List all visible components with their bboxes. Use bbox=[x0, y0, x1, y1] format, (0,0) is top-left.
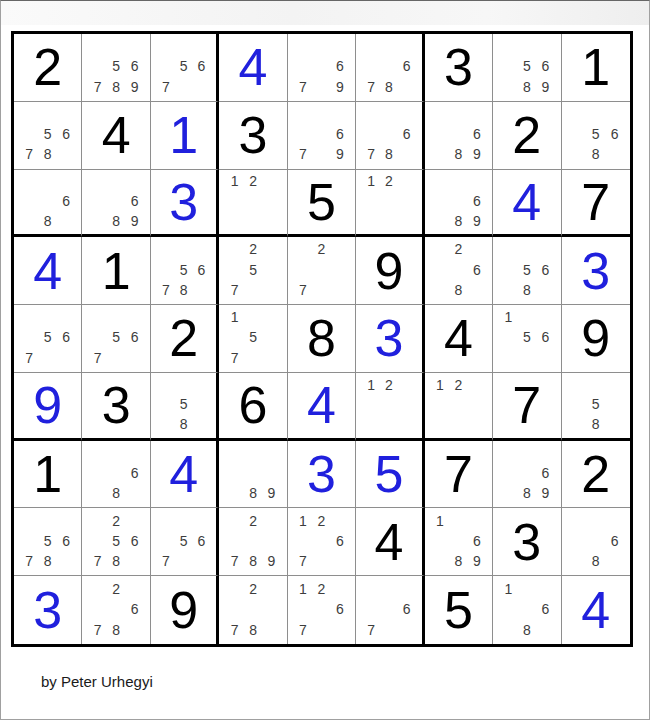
pencil-mark-6: 6 bbox=[536, 260, 554, 280]
cell-r5c7[interactable]: 4 bbox=[425, 305, 493, 373]
cell-r8c1[interactable]: 5678 bbox=[14, 508, 82, 576]
pencil-marks: 67 bbox=[356, 576, 421, 644]
given-digit: 1 bbox=[33, 448, 62, 500]
pencil-mark-8: 8 bbox=[518, 77, 536, 97]
cell-r3c7[interactable]: 689 bbox=[425, 170, 493, 238]
pencil-marks: 25678 bbox=[82, 508, 149, 575]
cell-r1c5[interactable]: 679 bbox=[288, 34, 356, 102]
pencil-mark-8: 8 bbox=[518, 619, 536, 640]
pencil-mark-6: 6 bbox=[125, 327, 143, 347]
cell-r9c9[interactable]: 4 bbox=[562, 576, 630, 644]
pencil-mark-6: 6 bbox=[125, 599, 143, 620]
pencil-mark-1: 1 bbox=[225, 307, 243, 327]
pencil-mark-1: 1 bbox=[225, 172, 243, 192]
pencil-marks: 58 bbox=[562, 373, 630, 438]
pencil-mark-6: 6 bbox=[536, 463, 554, 483]
given-digit: 4 bbox=[102, 109, 131, 161]
cell-r6c3[interactable]: 58 bbox=[151, 373, 219, 441]
cell-r5c8[interactable]: 156 bbox=[493, 305, 561, 373]
pencil-marks: 268 bbox=[425, 237, 492, 304]
solved-digit: 4 bbox=[239, 41, 268, 93]
cell-r5c6[interactable]: 3 bbox=[356, 305, 424, 373]
pencil-marks: 567 bbox=[14, 305, 81, 372]
pencil-marks: 257 bbox=[219, 237, 286, 304]
pencil-marks: 567 bbox=[151, 34, 216, 101]
pencil-mark-7: 7 bbox=[294, 619, 312, 640]
cell-r8c5[interactable]: 1267 bbox=[288, 508, 356, 576]
pencil-mark-9: 9 bbox=[468, 551, 486, 571]
cell-r2c4[interactable]: 3 bbox=[219, 102, 287, 170]
pencil-marks: 679 bbox=[288, 102, 355, 169]
pencil-mark-7: 7 bbox=[362, 619, 380, 640]
pencil-mark-1: 1 bbox=[431, 510, 449, 530]
pencil-mark-8: 8 bbox=[586, 551, 605, 571]
pencil-mark-2: 2 bbox=[244, 239, 262, 259]
pencil-marks: 68 bbox=[82, 441, 149, 508]
cell-r6c9[interactable]: 58 bbox=[562, 373, 630, 441]
pencil-mark-7: 7 bbox=[225, 348, 243, 368]
cell-r8c3[interactable]: 567 bbox=[151, 508, 219, 576]
cell-r2c9[interactable]: 568 bbox=[562, 102, 630, 170]
cell-r9c2[interactable]: 2678 bbox=[82, 576, 150, 644]
solved-digit: 1 bbox=[169, 109, 198, 161]
cell-r7c5[interactable]: 3 bbox=[288, 441, 356, 509]
given-digit: 1 bbox=[102, 245, 131, 297]
pencil-marks: 12 bbox=[356, 170, 421, 235]
cell-r2c1[interactable]: 5678 bbox=[14, 102, 82, 170]
pencil-mark-8: 8 bbox=[175, 414, 193, 434]
given-digit: 3 bbox=[239, 109, 268, 161]
pencil-mark-9: 9 bbox=[331, 144, 349, 164]
pencil-mark-6: 6 bbox=[468, 260, 486, 280]
cell-r3c1[interactable]: 68 bbox=[14, 170, 82, 238]
given-digit: 9 bbox=[374, 245, 403, 297]
given-digit: 3 bbox=[102, 379, 131, 431]
pencil-mark-8: 8 bbox=[449, 211, 467, 231]
pencil-mark-6: 6 bbox=[193, 260, 211, 280]
given-digit: 2 bbox=[581, 448, 610, 500]
pencil-mark-6: 6 bbox=[57, 124, 75, 144]
cell-r1c8[interactable]: 5689 bbox=[493, 34, 561, 102]
pencil-mark-5: 5 bbox=[107, 56, 125, 76]
pencil-mark-8: 8 bbox=[586, 414, 605, 434]
pencil-mark-5: 5 bbox=[107, 327, 125, 347]
page: 2567895674679678356891567841367967868925… bbox=[0, 0, 650, 720]
given-digit: 7 bbox=[444, 448, 473, 500]
pencil-marks: 68 bbox=[14, 170, 81, 235]
sudoku-board: 2567895674679678356891567841367967868925… bbox=[11, 31, 633, 647]
pencil-marks: 68 bbox=[562, 508, 630, 575]
cell-r5c2[interactable]: 567 bbox=[82, 305, 150, 373]
given-digit: 2 bbox=[512, 109, 541, 161]
pencil-mark-8: 8 bbox=[107, 483, 125, 503]
cell-r9c6[interactable]: 67 bbox=[356, 576, 424, 644]
pencil-mark-2: 2 bbox=[244, 172, 262, 192]
pencil-marks: 5678 bbox=[14, 508, 81, 575]
pencil-mark-5: 5 bbox=[518, 56, 536, 76]
pencil-marks: 689 bbox=[425, 170, 492, 235]
pencil-mark-5: 5 bbox=[244, 327, 262, 347]
pencil-mark-9: 9 bbox=[262, 483, 280, 503]
given-digit: 9 bbox=[581, 312, 610, 364]
pencil-mark-6: 6 bbox=[398, 124, 416, 144]
pencil-mark-6: 6 bbox=[468, 191, 486, 211]
pencil-mark-9: 9 bbox=[125, 211, 143, 231]
pencil-mark-7: 7 bbox=[225, 619, 243, 640]
pencil-mark-5: 5 bbox=[518, 260, 536, 280]
solved-digit: 4 bbox=[581, 584, 610, 636]
pencil-mark-9: 9 bbox=[331, 77, 349, 97]
cell-r4c6[interactable]: 9 bbox=[356, 237, 424, 305]
cell-r2c5[interactable]: 679 bbox=[288, 102, 356, 170]
pencil-marks: 27 bbox=[288, 237, 355, 304]
pencil-mark-1: 1 bbox=[499, 307, 517, 327]
cell-r4c5[interactable]: 27 bbox=[288, 237, 356, 305]
solved-digit: 3 bbox=[169, 176, 198, 228]
pencil-mark-9: 9 bbox=[125, 77, 143, 97]
pencil-marks: 689 bbox=[82, 170, 149, 235]
solved-digit: 3 bbox=[374, 312, 403, 364]
pencil-mark-6: 6 bbox=[605, 124, 624, 144]
cell-r1c9[interactable]: 1 bbox=[562, 34, 630, 102]
cell-r5c1[interactable]: 567 bbox=[14, 305, 82, 373]
pencil-mark-6: 6 bbox=[331, 531, 349, 551]
cell-r5c5[interactable]: 8 bbox=[288, 305, 356, 373]
pencil-mark-7: 7 bbox=[225, 280, 243, 300]
pencil-marks: 12 bbox=[219, 170, 286, 235]
cell-r9c1[interactable]: 3 bbox=[14, 576, 82, 644]
solved-digit: 9 bbox=[33, 379, 62, 431]
cell-r4c3[interactable]: 5678 bbox=[151, 237, 219, 305]
pencil-mark-8: 8 bbox=[586, 144, 605, 164]
given-digit: 2 bbox=[33, 41, 62, 93]
pencil-mark-5: 5 bbox=[175, 260, 193, 280]
pencil-mark-2: 2 bbox=[449, 239, 467, 259]
pencil-marks: 568 bbox=[493, 237, 560, 304]
pencil-mark-7: 7 bbox=[157, 77, 175, 97]
pencil-mark-9: 9 bbox=[468, 144, 486, 164]
given-digit: 9 bbox=[169, 584, 198, 636]
cell-r1c1[interactable]: 2 bbox=[14, 34, 82, 102]
cell-r6c6[interactable]: 12 bbox=[356, 373, 424, 441]
pencil-mark-2: 2 bbox=[107, 510, 125, 530]
pencil-mark-1: 1 bbox=[362, 375, 380, 395]
cell-r5c4[interactable]: 157 bbox=[219, 305, 287, 373]
pencil-mark-8: 8 bbox=[38, 551, 56, 571]
pencil-mark-6: 6 bbox=[331, 56, 349, 76]
cell-r5c9[interactable]: 9 bbox=[562, 305, 630, 373]
pencil-mark-2: 2 bbox=[312, 510, 330, 530]
pencil-mark-6: 6 bbox=[57, 191, 75, 211]
cell-r1c6[interactable]: 678 bbox=[356, 34, 424, 102]
pencil-mark-9: 9 bbox=[536, 483, 554, 503]
given-digit: 6 bbox=[239, 379, 268, 431]
pencil-mark-1: 1 bbox=[499, 578, 517, 599]
pencil-mark-6: 6 bbox=[398, 56, 416, 76]
cell-r4c4[interactable]: 257 bbox=[219, 237, 287, 305]
pencil-marks: 58 bbox=[151, 373, 216, 438]
pencil-mark-2: 2 bbox=[312, 239, 330, 259]
credit-text: by Peter Urhegyi bbox=[41, 673, 153, 690]
solved-digit: 3 bbox=[581, 245, 610, 297]
pencil-mark-7: 7 bbox=[362, 77, 380, 97]
pencil-mark-5: 5 bbox=[107, 531, 125, 551]
cell-r6c7[interactable]: 12 bbox=[425, 373, 493, 441]
cell-r4c1[interactable]: 4 bbox=[14, 237, 82, 305]
pencil-mark-8: 8 bbox=[449, 280, 467, 300]
pencil-mark-5: 5 bbox=[586, 124, 605, 144]
pencil-mark-8: 8 bbox=[518, 280, 536, 300]
pencil-marks: 567 bbox=[151, 508, 216, 575]
cell-r2c7[interactable]: 689 bbox=[425, 102, 493, 170]
pencil-mark-5: 5 bbox=[518, 327, 536, 347]
solved-digit: 4 bbox=[307, 379, 336, 431]
pencil-mark-8: 8 bbox=[107, 77, 125, 97]
cell-r3c4[interactable]: 12 bbox=[219, 170, 287, 238]
pencil-marks: 278 bbox=[219, 576, 286, 644]
pencil-mark-6: 6 bbox=[125, 531, 143, 551]
pencil-marks: 157 bbox=[219, 305, 286, 372]
pencil-mark-6: 6 bbox=[193, 56, 211, 76]
cell-r1c3[interactable]: 567 bbox=[151, 34, 219, 102]
pencil-mark-5: 5 bbox=[244, 260, 262, 280]
pencil-marks: 12 bbox=[425, 373, 492, 438]
cell-r8c8[interactable]: 3 bbox=[493, 508, 561, 576]
given-digit: 5 bbox=[444, 584, 473, 636]
pencil-mark-1: 1 bbox=[362, 172, 380, 192]
pencil-mark-2: 2 bbox=[312, 578, 330, 599]
pencil-mark-8: 8 bbox=[518, 483, 536, 503]
given-digit: 4 bbox=[374, 516, 403, 568]
pencil-marks: 156 bbox=[493, 305, 560, 372]
pencil-mark-7: 7 bbox=[362, 144, 380, 164]
pencil-mark-6: 6 bbox=[468, 531, 486, 551]
pencil-mark-2: 2 bbox=[107, 578, 125, 599]
given-digit: 5 bbox=[307, 176, 336, 228]
pencil-mark-6: 6 bbox=[536, 327, 554, 347]
pencil-mark-6: 6 bbox=[536, 599, 554, 620]
pencil-mark-8: 8 bbox=[38, 211, 56, 231]
pencil-mark-6: 6 bbox=[331, 124, 349, 144]
pencil-mark-7: 7 bbox=[20, 348, 38, 368]
cell-r7c7[interactable]: 7 bbox=[425, 441, 493, 509]
pencil-mark-8: 8 bbox=[449, 551, 467, 571]
pencil-marks: 1267 bbox=[288, 508, 355, 575]
pencil-mark-6: 6 bbox=[57, 327, 75, 347]
cell-r7c8[interactable]: 689 bbox=[493, 441, 561, 509]
pencil-mark-7: 7 bbox=[20, 551, 38, 571]
cell-r1c4[interactable]: 4 bbox=[219, 34, 287, 102]
cell-r3c8[interactable]: 4 bbox=[493, 170, 561, 238]
given-digit: 2 bbox=[169, 312, 198, 364]
pencil-mark-7: 7 bbox=[88, 348, 106, 368]
pencil-mark-1: 1 bbox=[294, 578, 312, 599]
cell-r2c3[interactable]: 1 bbox=[151, 102, 219, 170]
pencil-mark-8: 8 bbox=[107, 551, 125, 571]
cell-r8c9[interactable]: 68 bbox=[562, 508, 630, 576]
given-digit: 8 bbox=[307, 312, 336, 364]
cell-r7c3[interactable]: 4 bbox=[151, 441, 219, 509]
pencil-mark-8: 8 bbox=[107, 211, 125, 231]
pencil-mark-8: 8 bbox=[380, 144, 398, 164]
pencil-mark-5: 5 bbox=[175, 531, 193, 551]
pencil-mark-6: 6 bbox=[125, 463, 143, 483]
pencil-mark-5: 5 bbox=[175, 56, 193, 76]
cell-r8c2[interactable]: 25678 bbox=[82, 508, 150, 576]
pencil-mark-2: 2 bbox=[380, 172, 398, 192]
pencil-mark-5: 5 bbox=[586, 394, 605, 414]
pencil-marks: 5678 bbox=[151, 237, 216, 304]
pencil-mark-5: 5 bbox=[175, 394, 193, 414]
solved-digit: 4 bbox=[169, 448, 198, 500]
pencil-mark-2: 2 bbox=[449, 375, 467, 395]
pencil-mark-7: 7 bbox=[294, 551, 312, 571]
pencil-marks: 1689 bbox=[425, 508, 492, 575]
cell-r6c4[interactable]: 6 bbox=[219, 373, 287, 441]
cell-r7c2[interactable]: 68 bbox=[82, 441, 150, 509]
cell-r3c6[interactable]: 12 bbox=[356, 170, 424, 238]
cell-r3c9[interactable]: 7 bbox=[562, 170, 630, 238]
pencil-mark-8: 8 bbox=[244, 483, 262, 503]
cell-r5c3[interactable]: 2 bbox=[151, 305, 219, 373]
cell-r4c8[interactable]: 568 bbox=[493, 237, 561, 305]
pencil-marks: 689 bbox=[425, 102, 492, 169]
cell-r6c1[interactable]: 9 bbox=[14, 373, 82, 441]
cell-r1c2[interactable]: 56789 bbox=[82, 34, 150, 102]
given-digit: 4 bbox=[444, 312, 473, 364]
pencil-mark-6: 6 bbox=[398, 599, 416, 620]
cell-r7c1[interactable]: 1 bbox=[14, 441, 82, 509]
cell-r9c4[interactable]: 278 bbox=[219, 576, 287, 644]
cell-r1c7[interactable]: 3 bbox=[425, 34, 493, 102]
pencil-marks: 678 bbox=[356, 34, 421, 101]
cell-r9c7[interactable]: 5 bbox=[425, 576, 493, 644]
pencil-mark-7: 7 bbox=[157, 280, 175, 300]
pencil-mark-2: 2 bbox=[244, 510, 262, 530]
cell-r3c3[interactable]: 3 bbox=[151, 170, 219, 238]
given-digit: 3 bbox=[444, 41, 473, 93]
cell-r9c8[interactable]: 168 bbox=[493, 576, 561, 644]
cell-r2c6[interactable]: 678 bbox=[356, 102, 424, 170]
pencil-marks: 678 bbox=[356, 102, 421, 169]
cell-r4c9[interactable]: 3 bbox=[562, 237, 630, 305]
pencil-mark-7: 7 bbox=[294, 144, 312, 164]
cell-r8c4[interactable]: 2789 bbox=[219, 508, 287, 576]
pencil-mark-6: 6 bbox=[125, 56, 143, 76]
pencil-mark-5: 5 bbox=[38, 124, 56, 144]
given-digit: 3 bbox=[512, 516, 541, 568]
pencil-marks: 89 bbox=[219, 441, 286, 508]
pencil-marks: 568 bbox=[562, 102, 630, 169]
pencil-marks: 1267 bbox=[288, 576, 355, 644]
pencil-marks: 12 bbox=[356, 373, 421, 438]
pencil-mark-7: 7 bbox=[225, 551, 243, 571]
pencil-mark-7: 7 bbox=[157, 551, 175, 571]
cell-r6c5[interactable]: 4 bbox=[288, 373, 356, 441]
pencil-marks: 567 bbox=[82, 305, 149, 372]
solved-digit: 4 bbox=[512, 176, 541, 228]
pencil-mark-7: 7 bbox=[88, 551, 106, 571]
pencil-mark-6: 6 bbox=[57, 531, 75, 551]
pencil-marks: 56789 bbox=[82, 34, 149, 101]
pencil-mark-9: 9 bbox=[536, 77, 554, 97]
cell-r8c7[interactable]: 1689 bbox=[425, 508, 493, 576]
cell-r9c3[interactable]: 9 bbox=[151, 576, 219, 644]
pencil-mark-5: 5 bbox=[38, 327, 56, 347]
given-digit: 7 bbox=[512, 379, 541, 431]
pencil-mark-6: 6 bbox=[193, 531, 211, 551]
pencil-mark-2: 2 bbox=[244, 578, 262, 599]
pencil-marks: 679 bbox=[288, 34, 355, 101]
pencil-mark-8: 8 bbox=[38, 144, 56, 164]
cell-r3c2[interactable]: 689 bbox=[82, 170, 150, 238]
pencil-mark-1: 1 bbox=[431, 375, 449, 395]
solved-digit: 5 bbox=[374, 448, 403, 500]
pencil-mark-7: 7 bbox=[88, 619, 106, 640]
pencil-mark-2: 2 bbox=[380, 375, 398, 395]
pencil-mark-6: 6 bbox=[331, 599, 349, 620]
pencil-mark-9: 9 bbox=[262, 551, 280, 571]
cell-r7c9[interactable]: 2 bbox=[562, 441, 630, 509]
cell-r2c2[interactable]: 4 bbox=[82, 102, 150, 170]
pencil-mark-9: 9 bbox=[468, 211, 486, 231]
pencil-marks: 5678 bbox=[14, 102, 81, 169]
pencil-mark-8: 8 bbox=[244, 619, 262, 640]
pencil-marks: 689 bbox=[493, 441, 560, 508]
cell-r9c5[interactable]: 1267 bbox=[288, 576, 356, 644]
cell-r8c6[interactable]: 4 bbox=[356, 508, 424, 576]
pencil-mark-6: 6 bbox=[605, 531, 624, 551]
pencil-mark-6: 6 bbox=[468, 124, 486, 144]
cell-r3c5[interactable]: 5 bbox=[288, 170, 356, 238]
pencil-mark-8: 8 bbox=[244, 551, 262, 571]
pencil-mark-6: 6 bbox=[125, 191, 143, 211]
solved-digit: 4 bbox=[33, 245, 62, 297]
given-digit: 1 bbox=[581, 41, 610, 93]
pencil-mark-7: 7 bbox=[88, 77, 106, 97]
cell-r7c4[interactable]: 89 bbox=[219, 441, 287, 509]
pencil-mark-8: 8 bbox=[175, 280, 193, 300]
pencil-marks: 2789 bbox=[219, 508, 286, 575]
title-bar bbox=[1, 1, 649, 25]
cell-r4c7[interactable]: 268 bbox=[425, 237, 493, 305]
pencil-mark-5: 5 bbox=[38, 531, 56, 551]
pencil-mark-7: 7 bbox=[294, 280, 312, 300]
pencil-marks: 5689 bbox=[493, 34, 560, 101]
solved-digit: 3 bbox=[33, 584, 62, 636]
cell-r2c8[interactable]: 2 bbox=[493, 102, 561, 170]
cell-r4c2[interactable]: 1 bbox=[82, 237, 150, 305]
pencil-mark-8: 8 bbox=[449, 144, 467, 164]
cell-r6c2[interactable]: 3 bbox=[82, 373, 150, 441]
pencil-mark-1: 1 bbox=[294, 510, 312, 530]
pencil-mark-6: 6 bbox=[536, 56, 554, 76]
pencil-marks: 168 bbox=[493, 576, 560, 644]
pencil-marks: 2678 bbox=[82, 576, 149, 644]
given-digit: 7 bbox=[581, 176, 610, 228]
solved-digit: 3 bbox=[307, 448, 336, 500]
pencil-mark-7: 7 bbox=[294, 77, 312, 97]
pencil-mark-8: 8 bbox=[380, 77, 398, 97]
pencil-mark-7: 7 bbox=[20, 144, 38, 164]
pencil-mark-8: 8 bbox=[107, 619, 125, 640]
cell-r7c6[interactable]: 5 bbox=[356, 441, 424, 509]
cell-r6c8[interactable]: 7 bbox=[493, 373, 561, 441]
